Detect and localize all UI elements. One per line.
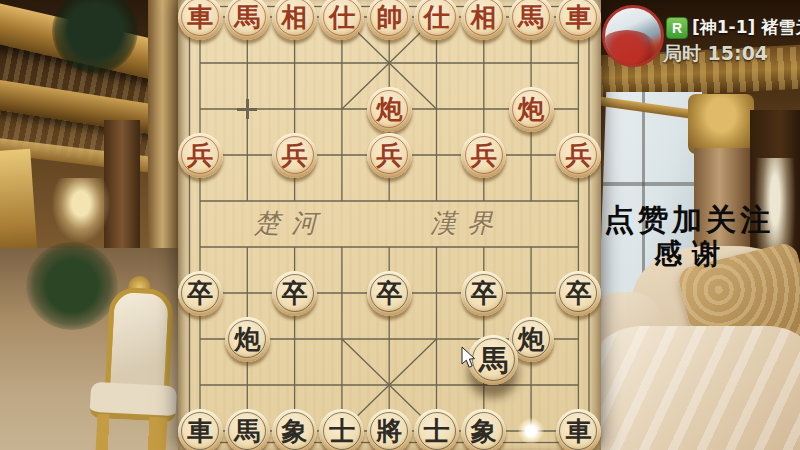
mouse-cursor [461, 347, 476, 369]
piece-character: 士 [319, 409, 364, 450]
piece-卒[interactable]: 卒 [272, 271, 317, 316]
piece-character: 炮 [509, 87, 554, 132]
piece-將[interactable]: 將 [367, 409, 412, 450]
piece-character: 象 [461, 409, 506, 450]
piece-車[interactable]: 車 [178, 0, 223, 40]
piece-character: 仕 [319, 0, 364, 40]
piece-character: 仕 [414, 0, 459, 40]
stream-frame: 楚河 漢界 車馬相仕帥仕相馬車炮炮兵兵兵兵兵卒卒卒卒卒炮炮車馬象士將士象車馬 R… [0, 0, 800, 450]
piece-character: 兵 [556, 133, 601, 178]
river-label-han-jie: 漢界 [430, 206, 504, 241]
piece-帥[interactable]: 帥 [367, 0, 412, 40]
piece-character: 卒 [272, 271, 317, 316]
piece-仕[interactable]: 仕 [414, 0, 459, 40]
piece-character: 卒 [367, 271, 412, 316]
rank-badge-icon: R [666, 17, 688, 39]
piece-卒[interactable]: 卒 [461, 271, 506, 316]
piece-兵[interactable]: 兵 [178, 133, 223, 178]
piece-兵[interactable]: 兵 [461, 133, 506, 178]
board-grid [178, 0, 601, 450]
piece-character: 馬 [225, 409, 270, 450]
river-label-chu-he: 楚河 [254, 206, 328, 241]
streamer-name: [神1-1] 褚雪元 [692, 16, 800, 39]
piece-兵[interactable]: 兵 [272, 133, 317, 178]
piece-character: 兵 [178, 133, 223, 178]
piece-馬[interactable]: 馬 [225, 0, 270, 40]
piece-象[interactable]: 象 [461, 409, 506, 450]
piece-炮[interactable]: 炮 [225, 317, 270, 362]
piece-炮[interactable]: 炮 [367, 87, 412, 132]
piece-character: 炮 [225, 317, 270, 362]
piece-character: 車 [556, 409, 601, 450]
piece-卒[interactable]: 卒 [178, 271, 223, 316]
piece-character: 士 [414, 409, 459, 450]
last-move-origin-marker [237, 99, 257, 119]
piece-character: 炮 [367, 87, 412, 132]
window-mullion [600, 182, 696, 186]
piece-馬[interactable]: 馬 [225, 409, 270, 450]
piece-仕[interactable]: 仕 [319, 0, 364, 40]
piece-象[interactable]: 象 [272, 409, 317, 450]
chandelier [52, 178, 110, 242]
piece-character: 車 [178, 0, 223, 40]
piece-車[interactable]: 車 [556, 409, 601, 450]
piece-兵[interactable]: 兵 [367, 133, 412, 178]
piece-character: 馬 [225, 0, 270, 40]
gold-slab [0, 149, 38, 262]
thanks-text: 感谢 [654, 235, 730, 273]
piece-炮[interactable]: 炮 [509, 87, 554, 132]
piece-兵[interactable]: 兵 [556, 133, 601, 178]
piece-character: 兵 [272, 133, 317, 178]
xiangqi-board[interactable]: 楚河 漢界 車馬相仕帥仕相馬車炮炮兵兵兵兵兵卒卒卒卒卒炮炮車馬象士將士象車馬 [178, 0, 601, 450]
piece-character: 將 [367, 409, 412, 450]
piece-character: 兵 [367, 133, 412, 178]
piece-卒[interactable]: 卒 [367, 271, 412, 316]
piece-character: 帥 [367, 0, 412, 40]
gilded-armchair [82, 285, 190, 450]
chair-legs [96, 414, 168, 450]
piece-士[interactable]: 士 [414, 409, 459, 450]
piece-車[interactable]: 車 [556, 0, 601, 40]
piece-卒[interactable]: 卒 [556, 271, 601, 316]
pickup-origin-marker [518, 418, 544, 444]
piece-character: 卒 [178, 271, 223, 316]
piece-馬[interactable]: 馬 [509, 0, 554, 40]
piece-character: 卒 [556, 271, 601, 316]
sofa-seat-cushion [582, 326, 800, 450]
piece-character: 相 [272, 0, 317, 40]
clock-row: 局时 15:04 步时 [663, 41, 800, 67]
piece-士[interactable]: 士 [319, 409, 364, 450]
streamer-name-row: R [神1-1] 褚雪元 [666, 16, 800, 39]
piece-車[interactable]: 車 [178, 409, 223, 450]
piece-character: 卒 [461, 271, 506, 316]
corinthian-capital [688, 94, 754, 154]
piece-character: 象 [272, 409, 317, 450]
piece-character: 車 [556, 0, 601, 40]
streamer-avatar[interactable] [602, 5, 664, 67]
piece-character: 兵 [461, 133, 506, 178]
piece-character: 馬 [509, 0, 554, 40]
room-background-left [0, 0, 180, 450]
piece-character: 車 [178, 409, 223, 450]
piece-相[interactable]: 相 [272, 0, 317, 40]
game-time: 局时 15:04 [663, 41, 768, 67]
piece-character: 相 [461, 0, 506, 40]
piece-相[interactable]: 相 [461, 0, 506, 40]
